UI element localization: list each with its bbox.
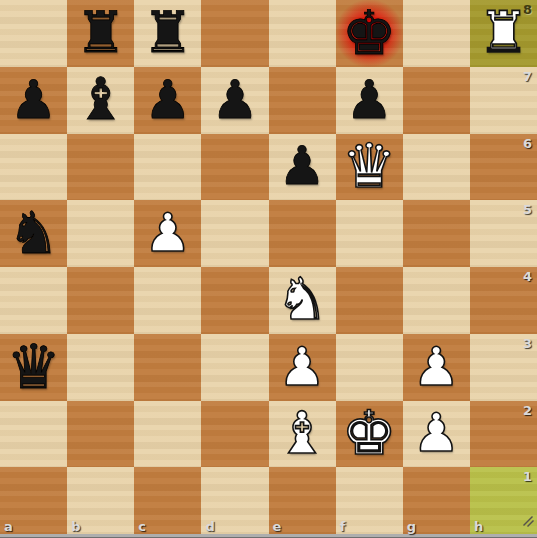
square-f4[interactable] [336,267,403,334]
chess-app: ♜♜♚♜8♟♝♟♟♟7♟♛6♞♟5♞4♛♟♟3♝♚♟2abcdefg1h [0,0,537,538]
square-a3[interactable]: ♛ [0,334,67,401]
square-c8[interactable]: ♜ [134,0,201,67]
black-queen[interactable]: ♛ [6,336,61,397]
file-label-g: g [407,519,416,534]
square-d2[interactable] [201,401,268,468]
square-f7[interactable]: ♟ [336,67,403,134]
square-e5[interactable] [269,200,336,267]
square-a4[interactable] [0,267,67,334]
square-e1[interactable]: e [269,467,336,534]
square-a1[interactable]: a [0,467,67,534]
black-pawn[interactable]: ♟ [10,73,58,126]
square-d5[interactable] [201,200,268,267]
square-a6[interactable] [0,134,67,201]
square-c3[interactable] [134,334,201,401]
square-f1[interactable]: f [336,467,403,534]
square-g7[interactable] [403,67,470,134]
square-f2[interactable]: ♚ [336,401,403,468]
square-f6[interactable]: ♛ [336,134,403,201]
square-a2[interactable] [0,401,67,468]
square-d4[interactable] [201,267,268,334]
square-h2[interactable]: 2 [470,401,537,468]
rank-label-6: 6 [523,136,532,151]
board-resize-handle-icon[interactable] [521,514,535,528]
square-g8[interactable] [403,0,470,67]
square-b8[interactable]: ♜ [67,0,134,67]
square-g1[interactable]: g [403,467,470,534]
white-pawn[interactable]: ♟ [413,406,461,459]
rank-label-5: 5 [523,202,532,217]
square-d7[interactable]: ♟ [201,67,268,134]
square-b1[interactable]: b [67,467,134,534]
rank-label-4: 4 [523,269,532,284]
file-label-c: c [138,519,146,534]
square-b5[interactable] [67,200,134,267]
square-h7[interactable]: 7 [470,67,537,134]
rank-label-1: 1 [523,469,532,484]
white-king[interactable]: ♚ [342,402,397,463]
chess-board: ♜♜♚♜8♟♝♟♟♟7♟♛6♞♟5♞4♛♟♟3♝♚♟2abcdefg1h [0,0,537,534]
black-king[interactable]: ♚ [342,2,397,63]
square-b6[interactable] [67,134,134,201]
square-a5[interactable]: ♞ [0,200,67,267]
square-h3[interactable]: 3 [470,334,537,401]
square-b4[interactable] [67,267,134,334]
square-b2[interactable] [67,401,134,468]
square-e3[interactable]: ♟ [269,334,336,401]
square-h4[interactable]: 4 [470,267,537,334]
square-e7[interactable] [269,67,336,134]
white-pawn[interactable]: ♟ [413,340,461,393]
square-f3[interactable] [336,334,403,401]
square-g2[interactable]: ♟ [403,401,470,468]
square-b7[interactable]: ♝ [67,67,134,134]
square-e4[interactable]: ♞ [269,267,336,334]
white-rook[interactable]: ♜ [478,4,529,61]
white-pawn[interactable]: ♟ [278,340,326,393]
rank-label-7: 7 [523,69,532,84]
file-label-h: h [474,519,483,534]
file-label-f: f [340,519,346,534]
square-f5[interactable] [336,200,403,267]
rank-label-3: 3 [523,336,532,351]
square-d1[interactable]: d [201,467,268,534]
square-g4[interactable] [403,267,470,334]
square-d3[interactable] [201,334,268,401]
black-pawn[interactable]: ♟ [278,139,326,192]
square-c5[interactable]: ♟ [134,200,201,267]
file-label-e: e [273,519,282,534]
black-knight[interactable]: ♞ [8,204,60,262]
square-c4[interactable] [134,267,201,334]
board-bottom-edge [0,534,537,538]
square-c7[interactable]: ♟ [134,67,201,134]
black-pawn[interactable]: ♟ [211,73,259,126]
square-c1[interactable]: c [134,467,201,534]
white-bishop[interactable]: ♝ [276,404,328,462]
square-g3[interactable]: ♟ [403,334,470,401]
black-rook[interactable]: ♜ [142,4,193,61]
black-pawn[interactable]: ♟ [345,73,393,126]
file-label-b: b [71,519,80,534]
square-e8[interactable] [269,0,336,67]
rank-label-8: 8 [523,2,532,17]
black-bishop[interactable]: ♝ [75,70,127,128]
square-d6[interactable] [201,134,268,201]
square-g5[interactable] [403,200,470,267]
square-h8[interactable]: ♜8 [470,0,537,67]
rank-label-2: 2 [523,403,532,418]
square-c2[interactable] [134,401,201,468]
square-h6[interactable]: 6 [470,134,537,201]
white-queen[interactable]: ♛ [342,135,397,196]
square-g6[interactable] [403,134,470,201]
square-h5[interactable]: 5 [470,200,537,267]
square-a7[interactable]: ♟ [0,67,67,134]
square-e6[interactable]: ♟ [269,134,336,201]
black-rook[interactable]: ♜ [75,4,126,61]
square-b3[interactable] [67,334,134,401]
square-a8[interactable] [0,0,67,67]
white-knight[interactable]: ♞ [276,270,328,328]
square-f8[interactable]: ♚ [336,0,403,67]
white-pawn[interactable]: ♟ [144,206,192,259]
file-label-a: a [4,519,13,534]
black-pawn[interactable]: ♟ [144,73,192,126]
square-d8[interactable] [201,0,268,67]
square-c6[interactable] [134,134,201,201]
file-label-d: d [205,519,214,534]
square-e2[interactable]: ♝ [269,401,336,468]
